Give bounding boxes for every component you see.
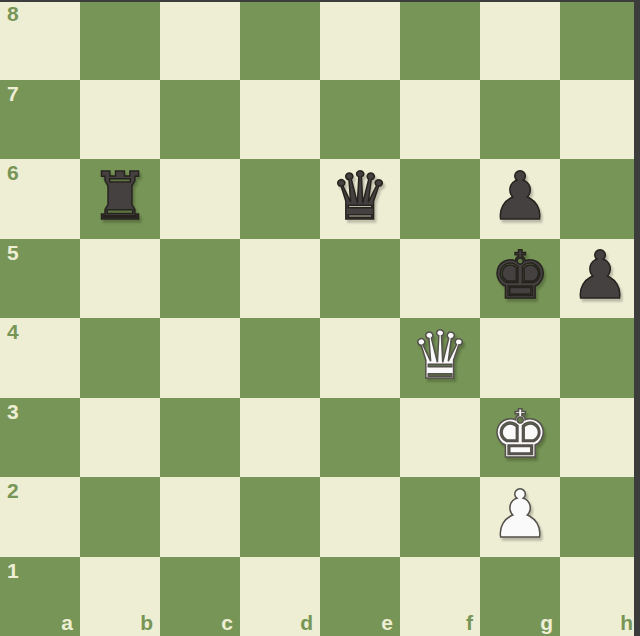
square-b6[interactable]: ♜: [80, 159, 160, 239]
square-b4[interactable]: [80, 318, 160, 398]
square-a6[interactable]: 6: [0, 159, 80, 239]
rank-label-6: 6: [7, 162, 19, 183]
file-label-a: a: [61, 612, 73, 633]
square-b1[interactable]: b: [80, 557, 160, 636]
square-h1[interactable]: h: [560, 557, 640, 636]
square-e6[interactable]: ♛: [320, 159, 400, 239]
square-h8[interactable]: [560, 0, 640, 80]
white-king[interactable]: ♚: [490, 402, 549, 468]
black-king[interactable]: ♚: [490, 243, 549, 309]
square-c7[interactable]: [160, 80, 240, 160]
file-label-d: d: [300, 612, 313, 633]
square-h7[interactable]: [560, 80, 640, 160]
square-e2[interactable]: [320, 477, 400, 557]
rank-label-8: 8: [7, 3, 19, 24]
file-label-f: f: [466, 612, 473, 633]
file-label-e: e: [381, 612, 393, 633]
square-d3[interactable]: [240, 398, 320, 478]
square-e5[interactable]: [320, 239, 400, 319]
square-g3[interactable]: ♚: [480, 398, 560, 478]
square-a7[interactable]: 7: [0, 80, 80, 160]
square-c5[interactable]: [160, 239, 240, 319]
square-e1[interactable]: e: [320, 557, 400, 636]
square-d2[interactable]: [240, 477, 320, 557]
square-g8[interactable]: [480, 0, 560, 80]
rank-label-7: 7: [7, 83, 19, 104]
square-c2[interactable]: [160, 477, 240, 557]
file-label-b: b: [140, 612, 153, 633]
square-a4[interactable]: 4: [0, 318, 80, 398]
square-d1[interactable]: d: [240, 557, 320, 636]
board-frame-top: [0, 0, 640, 2]
square-d8[interactable]: [240, 0, 320, 80]
square-a5[interactable]: 5: [0, 239, 80, 319]
file-label-h: h: [620, 612, 633, 633]
square-h5[interactable]: ♟: [560, 239, 640, 319]
square-f7[interactable]: [400, 80, 480, 160]
square-b2[interactable]: [80, 477, 160, 557]
black-rook[interactable]: ♜: [90, 164, 149, 230]
chess-board: 876♜♛♟5♚♟4♛3♚2♟1abcdefgh: [0, 0, 640, 636]
square-e4[interactable]: [320, 318, 400, 398]
square-e3[interactable]: [320, 398, 400, 478]
file-label-c: c: [221, 612, 233, 633]
square-a2[interactable]: 2: [0, 477, 80, 557]
square-d6[interactable]: [240, 159, 320, 239]
square-d7[interactable]: [240, 80, 320, 160]
square-g2[interactable]: ♟: [480, 477, 560, 557]
square-c6[interactable]: [160, 159, 240, 239]
square-e8[interactable]: [320, 0, 400, 80]
square-h4[interactable]: [560, 318, 640, 398]
square-d5[interactable]: [240, 239, 320, 319]
square-f4[interactable]: ♛: [400, 318, 480, 398]
rank-label-1: 1: [7, 560, 19, 581]
square-b8[interactable]: [80, 0, 160, 80]
square-f2[interactable]: [400, 477, 480, 557]
square-c8[interactable]: [160, 0, 240, 80]
square-f1[interactable]: f: [400, 557, 480, 636]
file-label-g: g: [540, 612, 553, 633]
rank-label-5: 5: [7, 242, 19, 263]
square-f6[interactable]: [400, 159, 480, 239]
square-f3[interactable]: [400, 398, 480, 478]
square-c1[interactable]: c: [160, 557, 240, 636]
square-e7[interactable]: [320, 80, 400, 160]
black-pawn[interactable]: ♟: [490, 164, 549, 230]
square-b5[interactable]: [80, 239, 160, 319]
rank-label-3: 3: [7, 401, 19, 422]
square-a3[interactable]: 3: [0, 398, 80, 478]
square-h6[interactable]: [560, 159, 640, 239]
square-a1[interactable]: 1a: [0, 557, 80, 636]
white-queen[interactable]: ♛: [410, 323, 469, 389]
square-c3[interactable]: [160, 398, 240, 478]
square-b3[interactable]: [80, 398, 160, 478]
square-g6[interactable]: ♟: [480, 159, 560, 239]
square-d4[interactable]: [240, 318, 320, 398]
square-h3[interactable]: [560, 398, 640, 478]
square-f5[interactable]: [400, 239, 480, 319]
white-pawn[interactable]: ♟: [490, 482, 549, 548]
rank-label-2: 2: [7, 480, 19, 501]
board-frame-right: [634, 0, 640, 636]
black-queen[interactable]: ♛: [330, 164, 389, 230]
chess-board-container: 876♜♛♟5♚♟4♛3♚2♟1abcdefgh: [0, 0, 640, 636]
square-f8[interactable]: [400, 0, 480, 80]
square-b7[interactable]: [80, 80, 160, 160]
square-c4[interactable]: [160, 318, 240, 398]
square-a8[interactable]: 8: [0, 0, 80, 80]
square-g1[interactable]: g: [480, 557, 560, 636]
rank-label-4: 4: [7, 321, 19, 342]
square-h2[interactable]: [560, 477, 640, 557]
square-g5[interactable]: ♚: [480, 239, 560, 319]
square-g4[interactable]: [480, 318, 560, 398]
black-pawn[interactable]: ♟: [570, 243, 629, 309]
square-g7[interactable]: [480, 80, 560, 160]
